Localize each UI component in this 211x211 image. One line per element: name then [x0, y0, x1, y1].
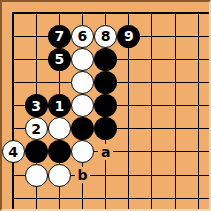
black-stone-move-9: 9 — [117, 25, 140, 48]
point-label-b: b — [75, 167, 90, 183]
black-stone-move-1: 1 — [48, 94, 71, 117]
grid-line-v-8 — [175, 12, 176, 209]
white-stone — [48, 117, 71, 140]
white-stone — [71, 140, 94, 163]
board-edge-line-left — [12, 12, 14, 209]
black-stone — [71, 117, 94, 140]
black-stone-move-7: 7 — [48, 25, 71, 48]
black-stone — [94, 71, 117, 94]
point-label-a: a — [98, 144, 113, 160]
black-stone-move-5: 5 — [48, 48, 71, 71]
grid-line-v-9 — [198, 12, 199, 209]
white-stone — [25, 164, 48, 187]
grid-line-h-9 — [12, 198, 209, 199]
white-stone-move-8: 8 — [94, 25, 117, 48]
board-edge-line-top — [12, 12, 209, 14]
black-stone — [94, 48, 117, 71]
go-board-diagram: ab 768953124 — [0, 0, 211, 211]
white-stone-move-6: 6 — [71, 25, 94, 48]
white-stone — [71, 48, 94, 71]
white-stone-move-2: 2 — [25, 117, 48, 140]
white-stone — [71, 94, 94, 117]
black-stone — [94, 94, 117, 117]
grid-line-v-7 — [151, 12, 152, 209]
white-stone-move-4: 4 — [2, 140, 25, 163]
white-stone — [48, 164, 71, 187]
white-stone — [71, 71, 94, 94]
black-stone — [48, 140, 71, 163]
black-stone — [94, 117, 117, 140]
black-stone — [25, 140, 48, 163]
black-stone-move-3: 3 — [25, 94, 48, 117]
